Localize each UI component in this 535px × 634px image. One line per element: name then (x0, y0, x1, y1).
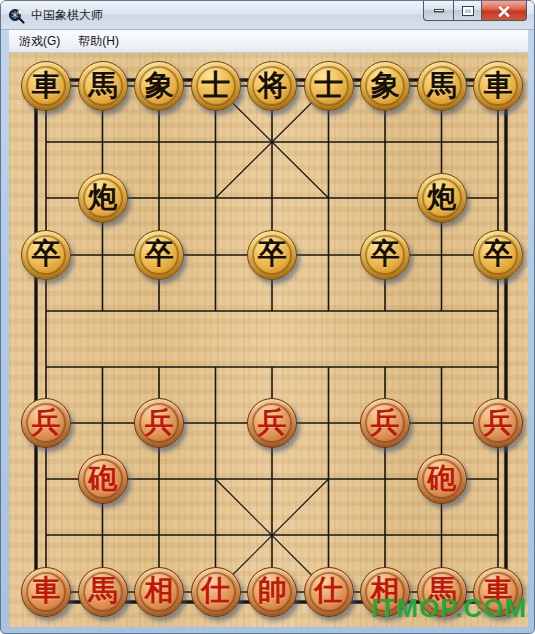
board-intersection[interactable] (414, 339, 471, 395)
board-intersection[interactable] (301, 451, 358, 507)
piece-black-k[interactable]: 将 (247, 61, 297, 111)
board-intersection[interactable]: 仕 (188, 564, 245, 620)
piece-red-C[interactable]: 砲 (417, 454, 467, 504)
board-intersection[interactable]: 車 (470, 58, 527, 114)
piece-red-K[interactable]: 帥 (247, 567, 297, 617)
board-intersection[interactable] (244, 508, 301, 564)
board-intersection[interactable] (131, 508, 188, 564)
board-intersection[interactable]: 卒 (357, 227, 414, 283)
board-intersection[interactable] (75, 508, 132, 564)
board-intersection[interactable]: 兵 (357, 395, 414, 451)
board-intersection[interactable] (301, 395, 358, 451)
piece-black-r[interactable]: 車 (21, 61, 71, 111)
board-intersection[interactable] (188, 451, 245, 507)
board-intersection[interactable] (414, 114, 471, 170)
watermark: ITMOP.COM (371, 593, 527, 624)
pieces-grid: 車馬象士将士象馬車炮炮卒卒卒卒卒兵兵兵兵兵砲砲車馬相仕帥仕相馬車 (18, 58, 527, 620)
piece-glyph: 車 (484, 71, 513, 100)
board-intersection[interactable] (301, 114, 358, 170)
board-intersection[interactable]: 仕 (301, 564, 358, 620)
board-intersection[interactable] (244, 451, 301, 507)
piece-black-n[interactable]: 馬 (417, 61, 467, 111)
piece-black-c[interactable]: 炮 (417, 173, 467, 223)
piece-red-C[interactable]: 砲 (78, 454, 128, 504)
board-intersection[interactable]: 将 (244, 58, 301, 114)
board-intersection[interactable] (414, 508, 471, 564)
piece-black-c[interactable]: 炮 (78, 173, 128, 223)
piece-red-A[interactable]: 仕 (304, 567, 354, 617)
board-intersection[interactable] (470, 114, 527, 170)
board-intersection[interactable] (18, 508, 75, 564)
board-intersection[interactable] (244, 339, 301, 395)
piece-glyph: 車 (32, 576, 61, 605)
board-intersection[interactable]: 兵 (18, 395, 75, 451)
board-intersection[interactable]: 帥 (244, 564, 301, 620)
board-intersection[interactable]: 士 (301, 58, 358, 114)
piece-black-p[interactable]: 卒 (473, 230, 523, 280)
board-intersection[interactable] (301, 339, 358, 395)
piece-black-p[interactable]: 卒 (134, 230, 184, 280)
board-intersection[interactable]: 車 (18, 564, 75, 620)
piece-glyph: 砲 (427, 464, 456, 493)
board-intersection[interactable] (188, 508, 245, 564)
board-intersection[interactable] (244, 283, 301, 339)
piece-black-b[interactable]: 象 (134, 61, 184, 111)
board-intersection[interactable]: 兵 (131, 395, 188, 451)
piece-red-P[interactable]: 兵 (134, 398, 184, 448)
board-intersection[interactable] (75, 227, 132, 283)
close-button[interactable] (482, 1, 527, 21)
board-intersection[interactable] (414, 283, 471, 339)
piece-glyph: 仕 (314, 576, 343, 605)
board-intersection[interactable] (357, 114, 414, 170)
board-intersection[interactable] (188, 339, 245, 395)
minimize-icon (434, 9, 444, 12)
piece-glyph: 砲 (88, 464, 117, 493)
board-intersection[interactable] (18, 339, 75, 395)
board-intersection[interactable] (131, 451, 188, 507)
piece-red-R[interactable]: 車 (21, 567, 71, 617)
board-intersection[interactable]: 馬 (414, 58, 471, 114)
board-intersection[interactable]: 砲 (414, 451, 471, 507)
board-intersection[interactable]: 象 (131, 58, 188, 114)
board-intersection[interactable] (188, 395, 245, 451)
board-intersection[interactable] (188, 283, 245, 339)
piece-glyph: 兵 (371, 408, 400, 437)
piece-glyph: 帥 (258, 576, 287, 605)
piece-red-B[interactable]: 相 (134, 567, 184, 617)
piece-red-P[interactable]: 兵 (473, 398, 523, 448)
piece-glyph: 兵 (145, 408, 174, 437)
piece-glyph: 車 (32, 71, 61, 100)
board-intersection[interactable] (75, 114, 132, 170)
board-intersection[interactable] (470, 451, 527, 507)
piece-black-r[interactable]: 車 (473, 61, 523, 111)
board-intersection[interactable]: 馬 (75, 564, 132, 620)
piece-red-P[interactable]: 兵 (247, 398, 297, 448)
board-intersection[interactable]: 砲 (75, 451, 132, 507)
board-intersection[interactable] (357, 283, 414, 339)
piece-red-P[interactable]: 兵 (360, 398, 410, 448)
menu-game[interactable]: 游戏(G) (11, 30, 68, 53)
piece-glyph: 将 (258, 71, 287, 100)
piece-glyph: 馬 (88, 71, 117, 100)
board-intersection[interactable]: 兵 (244, 395, 301, 451)
piece-black-p[interactable]: 卒 (247, 230, 297, 280)
board-intersection[interactable]: 象 (357, 58, 414, 114)
piece-glyph: 象 (145, 71, 174, 100)
board-intersection[interactable] (75, 283, 132, 339)
board-intersection[interactable] (414, 395, 471, 451)
board-intersection[interactable] (244, 170, 301, 226)
piece-black-b[interactable]: 象 (360, 61, 410, 111)
app-window: 中国象棋大师 游戏(G) 帮助(H) (0, 0, 535, 634)
board-intersection[interactable]: 馬 (75, 58, 132, 114)
board-intersection[interactable] (470, 283, 527, 339)
board-intersection[interactable]: 兵 (470, 395, 527, 451)
board-intersection[interactable] (414, 227, 471, 283)
close-icon (498, 5, 510, 17)
piece-glyph: 卒 (484, 239, 513, 268)
board-intersection[interactable] (131, 170, 188, 226)
board-intersection[interactable]: 炮 (414, 170, 471, 226)
board-intersection[interactable] (470, 508, 527, 564)
piece-glyph: 兵 (484, 408, 513, 437)
board-intersection[interactable] (131, 283, 188, 339)
board-intersection[interactable] (470, 339, 527, 395)
board-intersection[interactable] (18, 170, 75, 226)
piece-glyph: 兵 (258, 408, 287, 437)
piece-glyph: 士 (314, 71, 343, 100)
maximize-icon (463, 7, 473, 15)
piece-glyph: 馬 (88, 576, 117, 605)
board-intersection[interactable] (131, 114, 188, 170)
board-intersection[interactable] (18, 451, 75, 507)
board-intersection[interactable] (357, 170, 414, 226)
board-intersection[interactable]: 相 (131, 564, 188, 620)
piece-black-a[interactable]: 士 (304, 61, 354, 111)
piece-glyph: 象 (371, 71, 400, 100)
board-intersection[interactable] (18, 283, 75, 339)
title-bar[interactable]: 中国象棋大师 (1, 1, 534, 30)
board-intersection[interactable] (301, 508, 358, 564)
piece-glyph: 卒 (145, 239, 174, 268)
board-intersection[interactable] (357, 508, 414, 564)
piece-glyph: 仕 (201, 576, 230, 605)
board-intersection[interactable] (301, 170, 358, 226)
piece-glyph: 兵 (32, 408, 61, 437)
minimize-button[interactable] (423, 1, 453, 21)
piece-red-A[interactable]: 仕 (191, 567, 241, 617)
board-intersection[interactable]: 炮 (75, 170, 132, 226)
board-intersection[interactable] (188, 170, 245, 226)
board-intersection[interactable] (301, 227, 358, 283)
board-intersection[interactable] (301, 283, 358, 339)
piece-black-n[interactable]: 馬 (78, 61, 128, 111)
piece-glyph: 卒 (32, 239, 61, 268)
board-intersection[interactable] (188, 114, 245, 170)
piece-glyph: 炮 (88, 183, 117, 212)
board-intersection[interactable] (357, 339, 414, 395)
board-intersection[interactable]: 卒 (244, 227, 301, 283)
board-intersection[interactable] (244, 114, 301, 170)
piece-glyph: 馬 (427, 71, 456, 100)
piece-red-N[interactable]: 馬 (78, 567, 128, 617)
menu-bar: 游戏(G) 帮助(H) (9, 30, 528, 53)
board-intersection[interactable] (470, 170, 527, 226)
board-intersection[interactable] (18, 114, 75, 170)
board-intersection[interactable]: 卒 (18, 227, 75, 283)
piece-black-p[interactable]: 卒 (21, 230, 71, 280)
piece-black-a[interactable]: 士 (191, 61, 241, 111)
piece-black-p[interactable]: 卒 (360, 230, 410, 280)
board-intersection[interactable]: 卒 (131, 227, 188, 283)
piece-red-P[interactable]: 兵 (21, 398, 71, 448)
piece-glyph: 卒 (371, 239, 400, 268)
board-intersection[interactable] (75, 339, 132, 395)
menu-help[interactable]: 帮助(H) (70, 30, 127, 53)
piece-glyph: 卒 (258, 239, 287, 268)
piece-glyph: 相 (145, 576, 174, 605)
board-intersection[interactable]: 士 (188, 58, 245, 114)
board-intersection[interactable]: 車 (18, 58, 75, 114)
board-intersection[interactable] (357, 451, 414, 507)
caption-buttons (423, 1, 527, 21)
board-intersection[interactable] (75, 395, 132, 451)
maximize-button[interactable] (453, 1, 482, 21)
piece-glyph: 士 (201, 71, 230, 100)
piece-glyph: 炮 (427, 183, 456, 212)
window-title: 中国象棋大师 (31, 7, 103, 24)
board-intersection[interactable] (188, 227, 245, 283)
app-icon (8, 7, 25, 24)
xiangqi-board[interactable]: 車馬象士将士象馬車炮炮卒卒卒卒卒兵兵兵兵兵砲砲車馬相仕帥仕相馬車 ITMOP.C… (9, 53, 528, 627)
board-intersection[interactable]: 卒 (470, 227, 527, 283)
board-intersection[interactable] (131, 339, 188, 395)
